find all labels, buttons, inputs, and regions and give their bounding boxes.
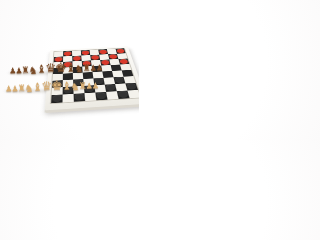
checker-black: ● bbox=[51, 95, 62, 104]
chess-piece-pawn: ♟ bbox=[92, 83, 99, 91]
product-photo-scene: ●●●●●●●●●●●●●●●●●●●●●●●● ♟♟♜♞♝♛♚♝♞♜♟♟ ♟♟… bbox=[0, 0, 139, 140]
square: ● bbox=[51, 95, 63, 104]
checker-black: ● bbox=[74, 93, 85, 102]
square: ● bbox=[74, 93, 86, 102]
square bbox=[127, 90, 139, 98]
chess-piece-row-light-wood: ♟♟♜♞♝♛♚♝♞♜♟♟ bbox=[5, 71, 99, 93]
square bbox=[63, 94, 74, 103]
